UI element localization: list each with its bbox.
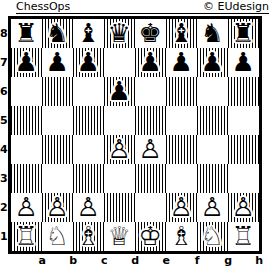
black-pawn: ♟♟ <box>104 77 135 106</box>
black-bishop: ♝♝ <box>166 19 197 48</box>
square-c5[interactable] <box>73 106 104 135</box>
square-b6[interactable] <box>42 77 73 106</box>
square-c7[interactable]: ♟♟ <box>73 48 104 77</box>
square-b2[interactable]: ♟♙ <box>42 193 73 222</box>
square-f8[interactable]: ♝♝ <box>166 19 197 48</box>
square-e1[interactable]: ♚♔ <box>135 222 166 251</box>
piece-glyph: ♖ <box>228 222 259 251</box>
black-rook: ♜♜ <box>11 19 42 48</box>
square-d6[interactable]: ♟♟ <box>104 77 135 106</box>
square-d7[interactable] <box>104 48 135 77</box>
rank-label-8: 8 <box>0 19 8 48</box>
square-d3[interactable] <box>104 164 135 193</box>
chessops-window: ChessOps © EUdesign 87654321 ♜♜♞♞♝♝♛♛♚♚♝… <box>0 0 270 270</box>
square-b7[interactable]: ♟♟ <box>42 48 73 77</box>
piece-glyph: ♙ <box>228 193 259 222</box>
piece-glyph: ♜ <box>11 19 42 48</box>
square-h5[interactable] <box>228 106 259 135</box>
square-h3[interactable] <box>228 164 259 193</box>
white-rook: ♜♖ <box>11 222 42 251</box>
square-g4[interactable] <box>197 135 228 164</box>
square-e2[interactable] <box>135 193 166 222</box>
title-bar: ChessOps © EUdesign <box>16 0 269 14</box>
rank-label-6: 6 <box>0 77 8 106</box>
piece-glyph: ♔ <box>135 222 166 251</box>
copyright-label: © EUdesign <box>203 1 269 13</box>
square-e6[interactable] <box>135 77 166 106</box>
square-c6[interactable] <box>73 77 104 106</box>
square-b1[interactable]: ♞♘ <box>42 222 73 251</box>
black-knight: ♞♞ <box>42 19 73 48</box>
black-pawn: ♟♟ <box>11 48 42 77</box>
square-f7[interactable]: ♟♟ <box>166 48 197 77</box>
rank-label-1: 1 <box>0 222 8 251</box>
square-b8[interactable]: ♞♞ <box>42 19 73 48</box>
square-h6[interactable] <box>228 77 259 106</box>
square-g6[interactable] <box>197 77 228 106</box>
board-area: 87654321 ♜♜♞♞♝♝♛♛♚♚♝♝♞♞♜♜♟♟♟♟♟♟♟♟♟♟♟♟♟♟♟… <box>0 16 270 267</box>
square-a4[interactable] <box>11 135 42 164</box>
square-d1[interactable]: ♛♕ <box>104 222 135 251</box>
square-f2[interactable]: ♟♙ <box>166 193 197 222</box>
square-c1[interactable]: ♝♗ <box>73 222 104 251</box>
square-f5[interactable] <box>166 106 197 135</box>
white-rook: ♜♖ <box>228 222 259 251</box>
piece-glyph: ♚ <box>135 19 166 48</box>
piece-glyph: ♟ <box>42 48 73 77</box>
rank-label-5: 5 <box>0 106 8 135</box>
white-king: ♚♔ <box>135 222 166 251</box>
piece-glyph: ♗ <box>166 222 197 251</box>
square-e4[interactable]: ♟♙ <box>135 135 166 164</box>
square-a6[interactable] <box>11 77 42 106</box>
piece-glyph: ♙ <box>166 193 197 222</box>
white-pawn: ♟♙ <box>228 193 259 222</box>
square-h1[interactable]: ♜♖ <box>228 222 259 251</box>
square-f4[interactable] <box>166 135 197 164</box>
black-pawn: ♟♟ <box>197 48 228 77</box>
piece-glyph: ♟ <box>11 48 42 77</box>
black-pawn: ♟♟ <box>166 48 197 77</box>
app-title: ChessOps <box>16 1 70 13</box>
square-f6[interactable] <box>166 77 197 106</box>
piece-glyph: ♙ <box>11 193 42 222</box>
chess-board: ♜♜♞♞♝♝♛♛♚♚♝♝♞♞♜♜♟♟♟♟♟♟♟♟♟♟♟♟♟♟♟♟♟♙♟♙♟♙♟♙… <box>8 16 262 254</box>
white-pawn: ♟♙ <box>197 193 228 222</box>
black-pawn: ♟♟ <box>228 48 259 77</box>
rank-label-3: 3 <box>0 164 8 193</box>
square-a2[interactable]: ♟♙ <box>11 193 42 222</box>
square-e3[interactable] <box>135 164 166 193</box>
piece-glyph: ♘ <box>42 222 73 251</box>
rank-label-7: 7 <box>0 48 8 77</box>
square-b4[interactable] <box>42 135 73 164</box>
rank-labels: 87654321 <box>0 16 8 267</box>
square-h8[interactable]: ♜♜ <box>228 19 259 48</box>
square-a1[interactable]: ♜♖ <box>11 222 42 251</box>
piece-glyph: ♟ <box>73 48 104 77</box>
square-b5[interactable] <box>42 106 73 135</box>
square-e5[interactable] <box>135 106 166 135</box>
square-e8[interactable]: ♚♚ <box>135 19 166 48</box>
piece-glyph: ♟ <box>197 48 228 77</box>
white-queen: ♛♕ <box>104 222 135 251</box>
square-d8[interactable]: ♛♛ <box>104 19 135 48</box>
piece-glyph: ♟ <box>166 48 197 77</box>
white-pawn: ♟♙ <box>42 193 73 222</box>
white-pawn: ♟♙ <box>11 193 42 222</box>
black-king: ♚♚ <box>135 19 166 48</box>
square-g2[interactable]: ♟♙ <box>197 193 228 222</box>
piece-glyph: ♙ <box>42 193 73 222</box>
piece-glyph: ♙ <box>135 135 166 164</box>
square-h4[interactable] <box>228 135 259 164</box>
piece-glyph: ♝ <box>73 19 104 48</box>
piece-glyph: ♞ <box>197 19 228 48</box>
white-pawn: ♟♙ <box>166 193 197 222</box>
piece-glyph: ♜ <box>228 19 259 48</box>
square-g8[interactable]: ♞♞ <box>197 19 228 48</box>
piece-glyph: ♖ <box>11 222 42 251</box>
square-f3[interactable] <box>166 164 197 193</box>
square-g7[interactable]: ♟♟ <box>197 48 228 77</box>
piece-glyph: ♟ <box>104 77 135 106</box>
black-pawn: ♟♟ <box>42 48 73 77</box>
file-label-a: a <box>27 255 58 267</box>
white-knight: ♞♘ <box>197 222 228 251</box>
square-g3[interactable] <box>197 164 228 193</box>
square-a5[interactable] <box>11 106 42 135</box>
piece-glyph: ♕ <box>104 222 135 251</box>
piece-glyph: ♟ <box>228 48 259 77</box>
black-knight: ♞♞ <box>197 19 228 48</box>
square-d2[interactable] <box>104 193 135 222</box>
white-pawn: ♟♙ <box>73 193 104 222</box>
square-g1[interactable]: ♞♘ <box>197 222 228 251</box>
piece-glyph: ♛ <box>104 19 135 48</box>
file-label-d: d <box>120 255 151 267</box>
black-rook: ♜♜ <box>228 19 259 48</box>
square-g5[interactable] <box>197 106 228 135</box>
square-a7[interactable]: ♟♟ <box>11 48 42 77</box>
square-h7[interactable]: ♟♟ <box>228 48 259 77</box>
file-label-g: g <box>213 255 244 267</box>
square-h2[interactable]: ♟♙ <box>228 193 259 222</box>
square-c2[interactable]: ♟♙ <box>73 193 104 222</box>
black-pawn: ♟♟ <box>73 48 104 77</box>
black-pawn: ♟♟ <box>135 48 166 77</box>
piece-glyph: ♙ <box>73 193 104 222</box>
square-e7[interactable]: ♟♟ <box>135 48 166 77</box>
rank-label-4: 4 <box>0 135 8 164</box>
piece-glyph: ♙ <box>197 193 228 222</box>
black-bishop: ♝♝ <box>73 19 104 48</box>
file-label-f: f <box>182 255 213 267</box>
piece-glyph: ♗ <box>73 222 104 251</box>
square-b3[interactable] <box>42 164 73 193</box>
board-column: ♜♜♞♞♝♝♛♛♚♚♝♝♞♞♜♜♟♟♟♟♟♟♟♟♟♟♟♟♟♟♟♟♟♙♟♙♟♙♟♙… <box>8 16 270 267</box>
piece-glyph: ♞ <box>42 19 73 48</box>
piece-glyph: ♙ <box>104 135 135 164</box>
square-d4[interactable]: ♟♙ <box>104 135 135 164</box>
square-a3[interactable] <box>11 164 42 193</box>
square-c4[interactable] <box>73 135 104 164</box>
square-c8[interactable]: ♝♝ <box>73 19 104 48</box>
file-label-e: e <box>151 255 182 267</box>
piece-glyph: ♘ <box>197 222 228 251</box>
file-label-b: b <box>58 255 89 267</box>
square-d5[interactable] <box>104 106 135 135</box>
file-label-h: h <box>244 255 270 267</box>
rank-label-2: 2 <box>0 193 8 222</box>
black-queen: ♛♛ <box>104 19 135 48</box>
white-bishop: ♝♗ <box>166 222 197 251</box>
white-bishop: ♝♗ <box>73 222 104 251</box>
white-pawn: ♟♙ <box>135 135 166 164</box>
white-knight: ♞♘ <box>42 222 73 251</box>
piece-glyph: ♟ <box>135 48 166 77</box>
square-c3[interactable] <box>73 164 104 193</box>
square-a8[interactable]: ♜♜ <box>11 19 42 48</box>
file-label-c: c <box>89 255 120 267</box>
white-pawn: ♟♙ <box>104 135 135 164</box>
square-f1[interactable]: ♝♗ <box>166 222 197 251</box>
piece-glyph: ♝ <box>166 19 197 48</box>
file-labels: abcdefgh <box>27 255 270 267</box>
